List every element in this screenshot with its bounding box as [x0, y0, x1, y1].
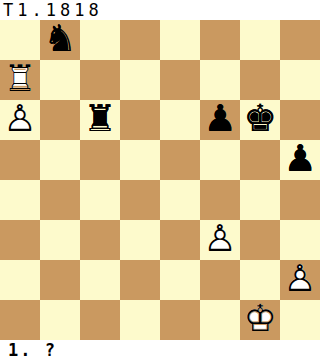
square-e1[interactable]: [160, 300, 200, 340]
square-a8[interactable]: [0, 20, 40, 60]
square-f1[interactable]: [200, 300, 240, 340]
square-c7[interactable]: [80, 60, 120, 100]
square-e8[interactable]: [160, 20, 200, 60]
piece-black-knight: ♞♞: [40, 20, 80, 60]
square-b8[interactable]: ♞♞: [40, 20, 80, 60]
black-pawn-glyph: ♟: [280, 138, 320, 178]
square-h8[interactable]: [280, 20, 320, 60]
square-g3[interactable]: [240, 220, 280, 260]
square-e7[interactable]: [160, 60, 200, 100]
square-d4[interactable]: [120, 180, 160, 220]
square-b4[interactable]: [40, 180, 80, 220]
white-pawn-glyph: ♙: [0, 98, 40, 138]
black-king-fill-layer: ♚: [240, 98, 280, 138]
black-rook-fill-layer: ♜: [80, 98, 120, 138]
black-pawn-glyph: ♟: [200, 98, 240, 138]
black-pawn-fill-layer: ♟: [200, 98, 240, 138]
white-pawn-fill-layer: ♟: [280, 258, 320, 298]
piece-white-king: ♚♔: [240, 300, 280, 340]
white-king-fill-layer: ♚: [240, 298, 280, 338]
square-e3[interactable]: [160, 220, 200, 260]
square-g1[interactable]: ♚♔: [240, 300, 280, 340]
move-prompt-label: 1. ?: [0, 340, 57, 360]
square-h7[interactable]: [280, 60, 320, 100]
black-pawn-fill-layer: ♟: [280, 138, 320, 178]
square-d8[interactable]: [120, 20, 160, 60]
square-f3[interactable]: ♟♙: [200, 220, 240, 260]
puzzle-header: T1.1818: [0, 0, 320, 20]
square-b5[interactable]: [40, 140, 80, 180]
piece-white-pawn: ♟♙: [280, 260, 320, 300]
square-c4[interactable]: [80, 180, 120, 220]
square-h6[interactable]: [280, 100, 320, 140]
move-prompt-bar: 1. ?: [0, 340, 320, 360]
square-g4[interactable]: [240, 180, 280, 220]
square-e2[interactable]: [160, 260, 200, 300]
square-e4[interactable]: [160, 180, 200, 220]
white-pawn-glyph: ♙: [200, 218, 240, 258]
square-b2[interactable]: [40, 260, 80, 300]
white-king-glyph: ♔: [240, 298, 280, 338]
square-c6[interactable]: ♜♜: [80, 100, 120, 140]
square-a7[interactable]: ♜♖: [0, 60, 40, 100]
square-h2[interactable]: ♟♙: [280, 260, 320, 300]
square-g2[interactable]: [240, 260, 280, 300]
square-b7[interactable]: [40, 60, 80, 100]
puzzle-id-label: T1.1818: [0, 0, 103, 20]
square-h5[interactable]: ♟♟: [280, 140, 320, 180]
square-d3[interactable]: [120, 220, 160, 260]
square-f2[interactable]: [200, 260, 240, 300]
square-f5[interactable]: [200, 140, 240, 180]
square-d5[interactable]: [120, 140, 160, 180]
chess-board: ♞♞♜♖♟♙♜♜♟♟♚♚♟♟♟♙♟♙♚♔: [0, 20, 320, 340]
square-a1[interactable]: [0, 300, 40, 340]
square-d1[interactable]: [120, 300, 160, 340]
black-rook-glyph: ♜: [80, 98, 120, 138]
square-g6[interactable]: ♚♚: [240, 100, 280, 140]
piece-white-rook: ♜♖: [0, 60, 40, 100]
square-c5[interactable]: [80, 140, 120, 180]
black-knight-glyph: ♞: [40, 18, 80, 58]
square-f8[interactable]: [200, 20, 240, 60]
square-a6[interactable]: ♟♙: [0, 100, 40, 140]
square-c1[interactable]: [80, 300, 120, 340]
piece-black-pawn: ♟♟: [280, 140, 320, 180]
piece-white-pawn: ♟♙: [0, 100, 40, 140]
square-a2[interactable]: [0, 260, 40, 300]
square-g5[interactable]: [240, 140, 280, 180]
square-c3[interactable]: [80, 220, 120, 260]
square-a5[interactable]: [0, 140, 40, 180]
piece-white-pawn: ♟♙: [200, 220, 240, 260]
square-b6[interactable]: [40, 100, 80, 140]
black-knight-fill-layer: ♞: [40, 18, 80, 58]
white-pawn-fill-layer: ♟: [0, 98, 40, 138]
square-d7[interactable]: [120, 60, 160, 100]
piece-black-rook: ♜♜: [80, 100, 120, 140]
black-king-glyph: ♚: [240, 98, 280, 138]
square-g7[interactable]: [240, 60, 280, 100]
square-d2[interactable]: [120, 260, 160, 300]
square-b1[interactable]: [40, 300, 80, 340]
square-h1[interactable]: [280, 300, 320, 340]
white-rook-fill-layer: ♜: [0, 58, 40, 98]
square-h3[interactable]: [280, 220, 320, 260]
square-h4[interactable]: [280, 180, 320, 220]
square-f7[interactable]: [200, 60, 240, 100]
square-c2[interactable]: [80, 260, 120, 300]
white-pawn-fill-layer: ♟: [200, 218, 240, 258]
square-a4[interactable]: [0, 180, 40, 220]
square-f6[interactable]: ♟♟: [200, 100, 240, 140]
square-g8[interactable]: [240, 20, 280, 60]
piece-black-king: ♚♚: [240, 100, 280, 140]
square-f4[interactable]: [200, 180, 240, 220]
white-rook-glyph: ♖: [0, 58, 40, 98]
chess-puzzle-screen: T1.1818 ♞♞♜♖♟♙♜♜♟♟♚♚♟♟♟♙♟♙♚♔ 1. ?: [0, 0, 320, 360]
square-e6[interactable]: [160, 100, 200, 140]
square-a3[interactable]: [0, 220, 40, 260]
square-b3[interactable]: [40, 220, 80, 260]
square-e5[interactable]: [160, 140, 200, 180]
square-c8[interactable]: [80, 20, 120, 60]
square-d6[interactable]: [120, 100, 160, 140]
piece-black-pawn: ♟♟: [200, 100, 240, 140]
white-pawn-glyph: ♙: [280, 258, 320, 298]
